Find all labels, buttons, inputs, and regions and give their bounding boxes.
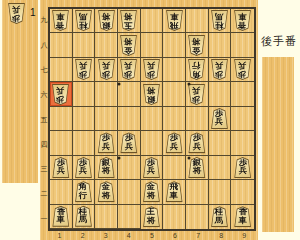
piece-kanji: 兵: [215, 61, 223, 70]
piece-kanji: 将: [125, 37, 133, 46]
rank-label-八: 八: [40, 41, 48, 48]
piece-金将-gote[interactable]: 金将: [142, 181, 161, 202]
piece-kanji: 将: [147, 192, 155, 201]
piece-face: 歩兵: [166, 133, 183, 152]
piece-歩兵-gote[interactable]: 歩兵: [233, 157, 252, 178]
square-2三[interactable]: 歩兵: [73, 156, 96, 180]
piece-kanji: 将: [193, 37, 201, 46]
shogi-board[interactable]: 香車桂馬銀将玉将飛車桂馬香車金将金将歩兵歩兵歩兵歩兵角行歩兵歩兵歩兵銀将歩兵歩兵…: [48, 7, 256, 231]
square-8七[interactable]: 歩兵: [209, 58, 232, 82]
piece-kanji: 兵: [238, 167, 246, 176]
piece-face: 歩兵: [211, 109, 228, 128]
piece-face: 金将: [98, 182, 115, 201]
piece-kanji: 歩: [12, 14, 20, 23]
square-6九[interactable]: 飛車: [163, 9, 186, 33]
square-8五[interactable]: 歩兵: [209, 107, 232, 131]
piece-kanji: 桂: [215, 21, 223, 30]
square-1八[interactable]: [50, 33, 73, 57]
piece-kanji: 将: [193, 167, 201, 176]
piece-face: 銀将: [98, 11, 115, 30]
file-label-5: 5: [140, 232, 163, 240]
square-2四[interactable]: [73, 131, 96, 155]
piece-face: 歩兵: [234, 60, 251, 79]
piece-金将-sente[interactable]: 金将: [187, 35, 206, 56]
square-1一[interactable]: 香車: [50, 205, 73, 229]
square-8六[interactable]: [209, 82, 232, 106]
piece-kanji: 香: [57, 21, 65, 30]
piece-kanji: 歩: [102, 70, 110, 79]
piece-歩兵-sente[interactable]: 歩兵: [74, 59, 93, 80]
piece-桂馬-sente[interactable]: 桂馬: [74, 10, 93, 31]
piece-kanji: 馬: [215, 217, 223, 226]
piece-歩兵-gote[interactable]: 歩兵: [97, 132, 116, 153]
file-label-1: 1: [48, 232, 71, 240]
piece-face: 桂馬: [211, 207, 228, 226]
square-2九[interactable]: 桂馬: [73, 9, 96, 33]
sente-hand-pawn-count: 1: [30, 7, 36, 18]
square-1六[interactable]: 歩兵: [50, 82, 73, 106]
piece-kanji: 車: [238, 217, 246, 226]
square-7四[interactable]: 歩兵: [186, 131, 209, 155]
piece-face: 香車: [234, 11, 251, 30]
piece-金将-sente[interactable]: 金将: [119, 35, 138, 56]
piece-kanji: 兵: [170, 143, 178, 152]
piece-香車-gote[interactable]: 香車: [233, 206, 252, 227]
piece-kanji: 兵: [193, 143, 201, 152]
piece-桂馬-gote[interactable]: 桂馬: [74, 206, 93, 227]
square-8一[interactable]: 桂馬: [209, 205, 232, 229]
file-label-2: 2: [71, 232, 94, 240]
piece-face: 歩兵: [75, 60, 92, 79]
piece-face: 銀将: [98, 158, 115, 177]
square-7二[interactable]: [186, 180, 209, 204]
square-7八[interactable]: 金将: [186, 33, 209, 57]
piece-角行-gote[interactable]: 角行: [74, 181, 93, 202]
square-6八[interactable]: [163, 33, 186, 57]
square-5五[interactable]: [141, 107, 164, 131]
rank-label-四: 四: [40, 141, 48, 148]
square-1四[interactable]: [50, 131, 73, 155]
piece-銀将-gote[interactable]: 銀将: [97, 157, 116, 178]
square-9六[interactable]: [231, 82, 254, 106]
hoshi-dot: [187, 157, 190, 160]
piece-face: 香車: [52, 207, 69, 226]
square-6一[interactable]: [163, 205, 186, 229]
square-3四[interactable]: 歩兵: [95, 131, 118, 155]
piece-kanji: 兵: [215, 118, 223, 127]
piece-kanji: 歩: [147, 70, 155, 79]
square-3三[interactable]: 銀将: [95, 156, 118, 180]
piece-face: 香車: [234, 207, 251, 226]
piece-kanji: 将: [102, 192, 110, 201]
square-8九[interactable]: 桂馬: [209, 9, 232, 33]
piece-face: 王将: [143, 207, 160, 226]
square-3七[interactable]: 歩兵: [95, 58, 118, 82]
piece-face: 歩兵: [8, 4, 25, 23]
square-6七[interactable]: [163, 58, 186, 82]
piece-歩兵-sente[interactable]: 歩兵: [97, 59, 116, 80]
square-6三[interactable]: [163, 156, 186, 180]
piece-kanji: 兵: [57, 167, 65, 176]
square-7七[interactable]: 角行: [186, 58, 209, 82]
piece-kanji: 将: [102, 167, 110, 176]
piece-角行-sente[interactable]: 角行: [187, 59, 206, 80]
piece-kanji: 角: [193, 70, 201, 79]
piece-face: 飛車: [166, 11, 183, 30]
sente-komadai: 歩兵 1: [2, 0, 38, 183]
piece-face: 歩兵: [143, 158, 160, 177]
piece-face: 歩兵: [52, 158, 69, 177]
piece-face: 歩兵: [52, 85, 69, 104]
square-7五[interactable]: [186, 107, 209, 131]
piece-face: 歩兵: [120, 133, 137, 152]
square-1七[interactable]: [50, 58, 73, 82]
piece-face: 歩兵: [211, 60, 228, 79]
piece-kanji: 歩: [215, 70, 223, 79]
square-5二[interactable]: 金将: [141, 180, 164, 204]
piece-face: 銀将: [143, 85, 160, 104]
piece-王将-gote[interactable]: 王将: [142, 206, 161, 227]
square-4九[interactable]: 玉将: [118, 9, 141, 33]
piece-玉将-sente[interactable]: 玉将: [119, 10, 138, 31]
file-label-4: 4: [117, 232, 140, 240]
square-2七[interactable]: 歩兵: [73, 58, 96, 82]
piece-銀将-sente[interactable]: 銀将: [142, 84, 161, 105]
piece-kanji: 車: [57, 216, 65, 225]
piece-飛車-gote[interactable]: 飛車: [165, 181, 184, 202]
piece-歩兵-gote[interactable]: 歩兵: [142, 157, 161, 178]
piece-kanji: 兵: [125, 143, 133, 152]
board-frame: 九八七六五四三二一 123456789 香車桂馬銀将玉将飛車桂馬香車金将金将歩兵…: [40, 0, 258, 240]
square-4三[interactable]: [118, 156, 141, 180]
piece-桂馬-sente[interactable]: 桂馬: [210, 10, 229, 31]
piece-face: 角行: [188, 60, 205, 79]
piece-face: 金将: [120, 36, 137, 55]
square-9一[interactable]: 香車: [231, 205, 254, 229]
piece-歩兵-sente[interactable]: 歩兵: [210, 59, 229, 80]
square-4四[interactable]: 歩兵: [118, 131, 141, 155]
rank-label-五: 五: [40, 116, 48, 123]
hoshi-dot: [118, 82, 121, 85]
square-5三[interactable]: 歩兵: [141, 156, 164, 180]
piece-kanji: 桂: [79, 21, 87, 30]
piece-歩兵-gote[interactable]: 歩兵: [210, 108, 229, 129]
file-label-8: 8: [210, 232, 233, 240]
piece-face: 玉将: [120, 11, 137, 30]
piece-kanji: 将: [147, 86, 155, 95]
piece-face: 飛車: [166, 182, 183, 201]
piece-kanji: 兵: [193, 86, 201, 95]
piece-face: 歩兵: [188, 133, 205, 152]
piece-歩兵-gote[interactable]: 歩兵: [119, 132, 138, 153]
piece-face: 歩兵: [98, 60, 115, 79]
gote-komadai: [262, 57, 294, 232]
hoshi-dot: [187, 82, 190, 85]
piece-歩兵-gote[interactable]: 歩兵: [51, 157, 70, 178]
square-8二[interactable]: [209, 180, 232, 204]
piece-kanji: 車: [238, 12, 246, 21]
piece-歩兵-gote[interactable]: 歩兵: [74, 157, 93, 178]
square-6四[interactable]: 歩兵: [163, 131, 186, 155]
file-label-3: 3: [94, 232, 117, 240]
piece-kanji: 兵: [147, 167, 155, 176]
rank-label-六: 六: [40, 91, 48, 98]
piece-歩兵-sente[interactable]: 歩兵: [233, 59, 252, 80]
piece-kanji: 将: [125, 12, 133, 21]
piece-kanji: 馬: [79, 12, 87, 21]
square-6五[interactable]: [163, 107, 186, 131]
rank-label-九: 九: [40, 16, 48, 23]
square-8八[interactable]: [209, 33, 232, 57]
piece-桂馬-gote[interactable]: 桂馬: [210, 206, 229, 227]
square-3五[interactable]: [95, 107, 118, 131]
piece-kanji: 兵: [238, 61, 246, 70]
piece-kanji: 兵: [79, 167, 87, 176]
piece-銀将-gote[interactable]: 銀将: [187, 157, 206, 178]
piece-kanji: 車: [57, 12, 65, 21]
square-2六[interactable]: [73, 82, 96, 106]
square-1三[interactable]: 歩兵: [50, 156, 73, 180]
piece-kanji: 兵: [79, 61, 87, 70]
piece-歩兵-sente[interactable]: 歩兵: [7, 3, 26, 24]
sente-hand-pawn[interactable]: 歩兵: [7, 3, 26, 24]
square-5一[interactable]: 王将: [141, 205, 164, 229]
square-5八[interactable]: [141, 33, 164, 57]
piece-kanji: 玉: [125, 21, 133, 30]
square-4二[interactable]: [118, 180, 141, 204]
piece-歩兵-gote[interactable]: 歩兵: [187, 132, 206, 153]
piece-face: 歩兵: [234, 158, 251, 177]
piece-kanji: 将: [147, 217, 155, 226]
piece-歩兵-gote[interactable]: 歩兵: [165, 132, 184, 153]
piece-kanji: 馬: [79, 216, 87, 225]
square-9四[interactable]: [231, 131, 254, 155]
rank-label-三: 三: [40, 165, 48, 172]
square-9七[interactable]: 歩兵: [231, 58, 254, 82]
square-6六[interactable]: [163, 82, 186, 106]
piece-kanji: 飛: [170, 21, 178, 30]
file-label-7: 7: [187, 232, 210, 240]
piece-kanji: 兵: [102, 61, 110, 70]
piece-kanji: 兵: [147, 61, 155, 70]
piece-face: 金将: [188, 36, 205, 55]
piece-香車-sente[interactable]: 香車: [51, 10, 70, 31]
piece-kanji: 兵: [57, 86, 65, 95]
file-label-9: 9: [233, 232, 256, 240]
rank-label-二: 二: [40, 190, 48, 197]
piece-歩兵-sente[interactable]: 歩兵: [51, 84, 70, 105]
square-3二[interactable]: 金将: [95, 180, 118, 204]
square-1五[interactable]: [50, 107, 73, 131]
turn-indicator: 後手番: [261, 34, 297, 49]
shogi-app-window: { "game": "shogi", "turn_indicator": "後手…: [0, 0, 300, 240]
piece-kanji: 車: [170, 12, 178, 21]
piece-face: 桂馬: [75, 207, 92, 226]
square-9八[interactable]: [231, 33, 254, 57]
piece-face: 角行: [75, 182, 92, 201]
square-1二[interactable]: [50, 180, 73, 204]
piece-kanji: 馬: [215, 12, 223, 21]
square-2八[interactable]: [73, 33, 96, 57]
piece-kanji: 行: [193, 61, 201, 70]
square-4六[interactable]: [118, 82, 141, 106]
piece-飛車-sente[interactable]: 飛車: [165, 10, 184, 31]
square-3一[interactable]: [95, 205, 118, 229]
square-9三[interactable]: 歩兵: [231, 156, 254, 180]
square-7一[interactable]: [186, 205, 209, 229]
piece-kanji: 兵: [102, 143, 110, 152]
square-5七[interactable]: 歩兵: [141, 58, 164, 82]
piece-kanji: 将: [102, 12, 110, 21]
square-9九[interactable]: 香車: [231, 9, 254, 33]
rank-label-一: 一: [40, 215, 48, 222]
piece-face: 歩兵: [75, 158, 92, 177]
piece-kanji: 歩: [79, 70, 87, 79]
file-label-6: 6: [164, 232, 187, 240]
piece-kanji: 銀: [102, 21, 110, 30]
piece-face: 歩兵: [143, 60, 160, 79]
square-3八[interactable]: [95, 33, 118, 57]
piece-kanji: 香: [238, 21, 246, 30]
square-4七[interactable]: 歩兵: [118, 58, 141, 82]
piece-face: 歩兵: [120, 60, 137, 79]
rank-label-七: 七: [40, 66, 48, 73]
piece-kanji: 歩: [238, 70, 246, 79]
square-8三[interactable]: [209, 156, 232, 180]
piece-香車-gote[interactable]: 香車: [51, 206, 70, 227]
piece-金将-gote[interactable]: 金将: [97, 181, 116, 202]
piece-香車-sente[interactable]: 香車: [233, 10, 252, 31]
piece-face: 歩兵: [188, 85, 205, 104]
square-5九[interactable]: [141, 9, 164, 33]
piece-kanji: 車: [170, 192, 178, 201]
square-5四[interactable]: [141, 131, 164, 155]
piece-face: 歩兵: [98, 133, 115, 152]
square-4一[interactable]: [118, 205, 141, 229]
piece-kanji: 兵: [125, 61, 133, 70]
piece-歩兵-sente[interactable]: 歩兵: [142, 59, 161, 80]
square-1九[interactable]: 香車: [50, 9, 73, 33]
piece-face: 銀将: [188, 158, 205, 177]
square-4八[interactable]: 金将: [118, 33, 141, 57]
square-5六[interactable]: 銀将: [141, 82, 164, 106]
square-8四[interactable]: [209, 131, 232, 155]
square-7六[interactable]: 歩兵: [186, 82, 209, 106]
square-7九[interactable]: [186, 9, 209, 33]
piece-歩兵-sente[interactable]: 歩兵: [119, 59, 138, 80]
piece-銀将-sente[interactable]: 銀将: [97, 10, 116, 31]
piece-歩兵-sente[interactable]: 歩兵: [187, 84, 206, 105]
hoshi-dot: [118, 157, 121, 160]
square-3九[interactable]: 銀将: [95, 9, 118, 33]
square-6二[interactable]: 飛車: [163, 180, 186, 204]
square-2一[interactable]: 桂馬: [73, 205, 96, 229]
piece-kanji: 歩: [125, 70, 133, 79]
square-9二[interactable]: [231, 180, 254, 204]
square-9五[interactable]: [231, 107, 254, 131]
piece-face: 桂馬: [211, 11, 228, 30]
piece-face: 香車: [52, 11, 69, 30]
square-3六[interactable]: [95, 82, 118, 106]
square-2五[interactable]: [73, 107, 96, 131]
piece-kanji: 行: [79, 192, 87, 201]
square-4五[interactable]: [118, 107, 141, 131]
piece-face: 桂馬: [75, 11, 92, 30]
piece-face: 金将: [143, 182, 160, 201]
square-2二[interactable]: 角行: [73, 180, 96, 204]
piece-kanji: 兵: [12, 5, 20, 14]
